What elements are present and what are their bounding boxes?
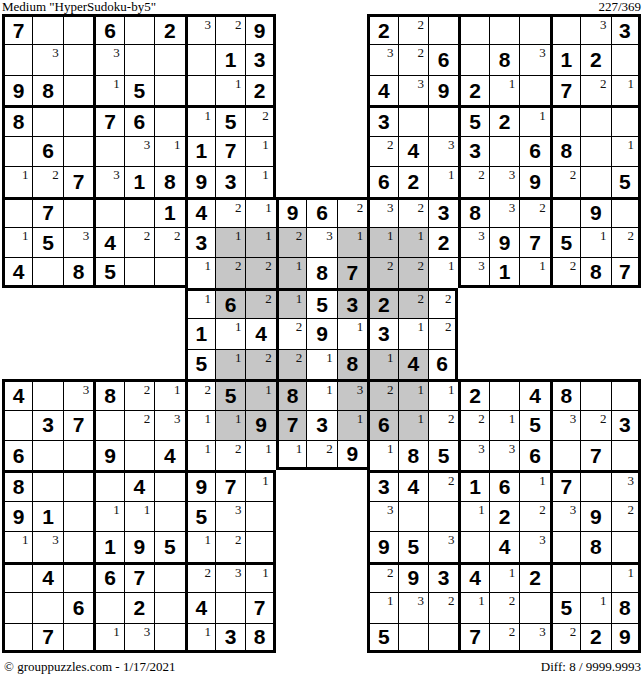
- cell-r8c3[interactable]: 3: [63, 227, 93, 257]
- cell-r20c19[interactable]: 5: [550, 592, 580, 622]
- cell-r13c19[interactable]: 8: [550, 379, 580, 409]
- cell-r1c18[interactable]: [519, 14, 549, 44]
- cell-r16c2[interactable]: [32, 470, 62, 500]
- cell-r18c13[interactable]: 9: [367, 531, 397, 561]
- cell-r14c21[interactable]: 3: [611, 410, 641, 440]
- cell-r16c7[interactable]: 9: [185, 470, 215, 500]
- cell-r20c1[interactable]: [2, 592, 32, 622]
- cell-r14c13[interactable]: 6: [367, 410, 397, 440]
- cell-r2c3[interactable]: [63, 44, 93, 74]
- cell-r6c8[interactable]: 3: [215, 166, 245, 196]
- cell-r7c21[interactable]: [611, 197, 641, 227]
- cell-r6c17[interactable]: 3: [489, 166, 519, 196]
- cell-r19c6[interactable]: [154, 562, 184, 592]
- cell-r20c2[interactable]: [32, 592, 62, 622]
- cell-r6c14[interactable]: 2: [398, 166, 428, 196]
- cell-r9c16[interactable]: 3: [458, 257, 488, 287]
- cell-r16c9[interactable]: 1: [245, 470, 275, 500]
- cell-r17c16[interactable]: 1: [458, 501, 488, 531]
- cell-r21c16[interactable]: 7: [458, 623, 488, 653]
- cell-r18c16[interactable]: [458, 531, 488, 561]
- cell-r17c21[interactable]: 2: [611, 501, 641, 531]
- cell-r15c17[interactable]: 3: [489, 440, 519, 470]
- cell-r4c7[interactable]: 1: [185, 105, 215, 135]
- cell-r13c21[interactable]: [611, 379, 641, 409]
- cell-r2c19[interactable]: 1: [550, 44, 580, 74]
- cell-r19c4[interactable]: 6: [93, 562, 123, 592]
- cell-r3c4[interactable]: 1: [93, 75, 123, 105]
- cell-r2c7[interactable]: [185, 44, 215, 74]
- cell-r10c10[interactable]: 1: [276, 288, 306, 318]
- cell-r6c9[interactable]: 1: [245, 166, 275, 196]
- cell-r14c3[interactable]: 7: [63, 410, 93, 440]
- cell-r13c17[interactable]: [489, 379, 519, 409]
- cell-r15c1[interactable]: 6: [2, 440, 32, 470]
- cell-r18c1[interactable]: 1: [2, 531, 32, 561]
- cell-r20c18[interactable]: [519, 592, 549, 622]
- cell-r9c3[interactable]: 8: [63, 257, 93, 287]
- cell-r9c2[interactable]: [32, 257, 62, 287]
- cell-r5c6[interactable]: 1: [154, 136, 184, 166]
- cell-r2c6[interactable]: [154, 44, 184, 74]
- cell-r21c18[interactable]: 3: [519, 623, 549, 653]
- cell-r1c6[interactable]: 2: [154, 14, 184, 44]
- cell-r14c2[interactable]: 3: [32, 410, 62, 440]
- cell-r17c1[interactable]: 9: [2, 501, 32, 531]
- cell-r8c14[interactable]: 1: [398, 227, 428, 257]
- cell-r7c4[interactable]: [93, 197, 123, 227]
- cell-r12c10[interactable]: 2: [276, 349, 306, 379]
- cell-r1c14[interactable]: 2: [398, 14, 428, 44]
- cell-r4c20[interactable]: [580, 105, 610, 135]
- cell-r17c18[interactable]: 2: [519, 501, 549, 531]
- cell-r10c13[interactable]: 2: [367, 288, 397, 318]
- cell-r21c14[interactable]: [398, 623, 428, 653]
- cell-r21c5[interactable]: 3: [124, 623, 154, 653]
- cell-r3c3[interactable]: [63, 75, 93, 105]
- cell-r21c4[interactable]: 1: [93, 623, 123, 653]
- cell-r17c19[interactable]: 3: [550, 501, 580, 531]
- cell-r16c3[interactable]: [63, 470, 93, 500]
- cell-r19c16[interactable]: 4: [458, 562, 488, 592]
- cell-r2c18[interactable]: 3: [519, 44, 549, 74]
- cell-r14c4[interactable]: [93, 410, 123, 440]
- cell-r17c3[interactable]: [63, 501, 93, 531]
- cell-r7c14[interactable]: 2: [398, 197, 428, 227]
- cell-r7c5[interactable]: [124, 197, 154, 227]
- cell-r4c8[interactable]: 5: [215, 105, 245, 135]
- cell-r14c17[interactable]: 1: [489, 410, 519, 440]
- cell-r18c7[interactable]: 1: [185, 531, 215, 561]
- cell-r15c9[interactable]: 1: [245, 440, 275, 470]
- cell-r2c2[interactable]: 3: [32, 44, 62, 74]
- cell-r3c8[interactable]: 1: [215, 75, 245, 105]
- cell-r8c20[interactable]: 1: [580, 227, 610, 257]
- cell-r14c5[interactable]: 2: [124, 410, 154, 440]
- cell-r5c4[interactable]: [93, 136, 123, 166]
- cell-r17c5[interactable]: 1: [124, 501, 154, 531]
- cell-r15c4[interactable]: 9: [93, 440, 123, 470]
- cell-r1c16[interactable]: [458, 14, 488, 44]
- cell-r13c4[interactable]: 8: [93, 379, 123, 409]
- cell-r19c1[interactable]: [2, 562, 32, 592]
- cell-r17c9[interactable]: [245, 501, 275, 531]
- cell-r7c8[interactable]: 2: [215, 197, 245, 227]
- cell-r3c7[interactable]: [185, 75, 215, 105]
- cell-r10c15[interactable]: 2: [428, 288, 458, 318]
- cell-r9c7[interactable]: 1: [185, 257, 215, 287]
- cell-r1c9[interactable]: 9: [245, 14, 275, 44]
- cell-r14c9[interactable]: 9: [245, 410, 275, 440]
- cell-r1c20[interactable]: 3: [580, 14, 610, 44]
- cell-r21c13[interactable]: 5: [367, 623, 397, 653]
- cell-r2c5[interactable]: [124, 44, 154, 74]
- cell-r16c19[interactable]: 7: [550, 470, 580, 500]
- cell-r7c11[interactable]: 6: [306, 197, 336, 227]
- cell-r20c14[interactable]: 3: [398, 592, 428, 622]
- cell-r16c5[interactable]: 4: [124, 470, 154, 500]
- cell-r14c1[interactable]: [2, 410, 32, 440]
- cell-r20c5[interactable]: 2: [124, 592, 154, 622]
- cell-r18c17[interactable]: 4: [489, 531, 519, 561]
- cell-r7c10[interactable]: 9: [276, 197, 306, 227]
- cell-r12c12[interactable]: 8: [337, 349, 367, 379]
- cell-r7c1[interactable]: [2, 197, 32, 227]
- cell-r3c20[interactable]: 2: [580, 75, 610, 105]
- cell-r21c7[interactable]: 1: [185, 623, 215, 653]
- cell-r12c8[interactable]: 1: [215, 349, 245, 379]
- cell-r8c21[interactable]: 2: [611, 227, 641, 257]
- cell-r8c7[interactable]: 3: [185, 227, 215, 257]
- cell-r2c13[interactable]: 3: [367, 44, 397, 74]
- cell-r5c1[interactable]: [2, 136, 32, 166]
- cell-r11c15[interactable]: 2: [428, 318, 458, 348]
- cell-r3c13[interactable]: 4: [367, 75, 397, 105]
- cell-r17c14[interactable]: [398, 501, 428, 531]
- cell-r8c17[interactable]: 9: [489, 227, 519, 257]
- cell-r18c20[interactable]: 8: [580, 531, 610, 561]
- cell-r3c21[interactable]: 1: [611, 75, 641, 105]
- cell-r6c18[interactable]: 9: [519, 166, 549, 196]
- cell-r15c21[interactable]: [611, 440, 641, 470]
- cell-r6c13[interactable]: 6: [367, 166, 397, 196]
- cell-r9c12[interactable]: 7: [337, 257, 367, 287]
- cell-r6c6[interactable]: 8: [154, 166, 184, 196]
- cell-r13c16[interactable]: 2: [458, 379, 488, 409]
- cell-r21c20[interactable]: 2: [580, 623, 610, 653]
- cell-r21c2[interactable]: 7: [32, 623, 62, 653]
- cell-r17c13[interactable]: 3: [367, 501, 397, 531]
- cell-r3c15[interactable]: 9: [428, 75, 458, 105]
- cell-r14c10[interactable]: 7: [276, 410, 306, 440]
- cell-r19c13[interactable]: 2: [367, 562, 397, 592]
- cell-r18c5[interactable]: 9: [124, 531, 154, 561]
- cell-r11c7[interactable]: 1: [185, 318, 215, 348]
- cell-r13c14[interactable]: 1: [398, 379, 428, 409]
- cell-r1c19[interactable]: [550, 14, 580, 44]
- cell-r14c15[interactable]: 2: [428, 410, 458, 440]
- cell-r8c9[interactable]: 1: [245, 227, 275, 257]
- cell-r16c13[interactable]: 3: [367, 470, 397, 500]
- cell-r15c7[interactable]: 1: [185, 440, 215, 470]
- cell-r7c19[interactable]: [550, 197, 580, 227]
- cell-r3c17[interactable]: 1: [489, 75, 519, 105]
- cell-r9c19[interactable]: 2: [550, 257, 580, 287]
- cell-r20c7[interactable]: 4: [185, 592, 215, 622]
- cell-r3c6[interactable]: [154, 75, 184, 105]
- cell-r16c17[interactable]: 6: [489, 470, 519, 500]
- cell-r8c8[interactable]: 1: [215, 227, 245, 257]
- cell-r17c2[interactable]: 1: [32, 501, 62, 531]
- cell-r15c14[interactable]: 8: [398, 440, 428, 470]
- cell-r9c1[interactable]: 4: [2, 257, 32, 287]
- cell-r16c21[interactable]: 3: [611, 470, 641, 500]
- cell-r20c6[interactable]: [154, 592, 184, 622]
- cell-r6c20[interactable]: [580, 166, 610, 196]
- cell-r10c12[interactable]: 3: [337, 288, 367, 318]
- cell-r8c5[interactable]: 2: [124, 227, 154, 257]
- cell-r15c20[interactable]: 7: [580, 440, 610, 470]
- cell-r21c9[interactable]: 8: [245, 623, 275, 653]
- cell-r4c18[interactable]: 1: [519, 105, 549, 135]
- cell-r13c1[interactable]: 4: [2, 379, 32, 409]
- cell-r15c19[interactable]: [550, 440, 580, 470]
- cell-r4c4[interactable]: 7: [93, 105, 123, 135]
- cell-r14c20[interactable]: 2: [580, 410, 610, 440]
- cell-r5c21[interactable]: 1: [611, 136, 641, 166]
- cell-r19c2[interactable]: 4: [32, 562, 62, 592]
- cell-r20c20[interactable]: 1: [580, 592, 610, 622]
- cell-r2c8[interactable]: 1: [215, 44, 245, 74]
- cell-r21c1[interactable]: [2, 623, 32, 653]
- cell-r7c18[interactable]: 2: [519, 197, 549, 227]
- cell-r19c15[interactable]: 3: [428, 562, 458, 592]
- cell-r13c10[interactable]: 8: [276, 379, 306, 409]
- cell-r7c3[interactable]: [63, 197, 93, 227]
- cell-r1c2[interactable]: [32, 14, 62, 44]
- cell-r4c13[interactable]: 3: [367, 105, 397, 135]
- cell-r1c3[interactable]: [63, 14, 93, 44]
- cell-r9c11[interactable]: 8: [306, 257, 336, 287]
- cell-r1c5[interactable]: [124, 14, 154, 44]
- cell-r15c5[interactable]: [124, 440, 154, 470]
- cell-r13c7[interactable]: 2: [185, 379, 215, 409]
- cell-r18c9[interactable]: [245, 531, 275, 561]
- cell-r17c15[interactable]: [428, 501, 458, 531]
- cell-r5c17[interactable]: [489, 136, 519, 166]
- cell-r20c9[interactable]: 7: [245, 592, 275, 622]
- cell-r15c16[interactable]: 3: [458, 440, 488, 470]
- cell-r16c15[interactable]: 2: [428, 470, 458, 500]
- cell-r13c13[interactable]: 2: [367, 379, 397, 409]
- cell-r5c15[interactable]: 3: [428, 136, 458, 166]
- cell-r4c2[interactable]: [32, 105, 62, 135]
- cell-r19c8[interactable]: 3: [215, 562, 245, 592]
- cell-r15c10[interactable]: 1: [276, 440, 306, 470]
- cell-r13c2[interactable]: [32, 379, 62, 409]
- cell-r5c8[interactable]: 7: [215, 136, 245, 166]
- cell-r14c7[interactable]: 1: [185, 410, 215, 440]
- cell-r2c9[interactable]: 3: [245, 44, 275, 74]
- cell-r15c2[interactable]: [32, 440, 62, 470]
- cell-r9c10[interactable]: 1: [276, 257, 306, 287]
- cell-r18c3[interactable]: [63, 531, 93, 561]
- cell-r18c18[interactable]: 3: [519, 531, 549, 561]
- cell-r9c8[interactable]: 2: [215, 257, 245, 287]
- cell-r4c15[interactable]: [428, 105, 458, 135]
- cell-r4c14[interactable]: [398, 105, 428, 135]
- cell-r19c14[interactable]: 9: [398, 562, 428, 592]
- cell-r16c14[interactable]: 4: [398, 470, 428, 500]
- cell-r21c8[interactable]: 3: [215, 623, 245, 653]
- cell-r19c19[interactable]: [550, 562, 580, 592]
- cell-r20c16[interactable]: 1: [458, 592, 488, 622]
- cell-r11c10[interactable]: 2: [276, 318, 306, 348]
- cell-r14c6[interactable]: 3: [154, 410, 184, 440]
- cell-r19c9[interactable]: 1: [245, 562, 275, 592]
- cell-r9c14[interactable]: 2: [398, 257, 428, 287]
- cell-r10c9[interactable]: 2: [245, 288, 275, 318]
- cell-r6c4[interactable]: 3: [93, 166, 123, 196]
- cell-r4c9[interactable]: 2: [245, 105, 275, 135]
- cell-r20c8[interactable]: [215, 592, 245, 622]
- cell-r15c12[interactable]: 9: [337, 440, 367, 470]
- cell-r19c21[interactable]: 1: [611, 562, 641, 592]
- cell-r19c17[interactable]: 1: [489, 562, 519, 592]
- cell-r10c14[interactable]: 2: [398, 288, 428, 318]
- cell-r20c4[interactable]: [93, 592, 123, 622]
- cell-r21c19[interactable]: 2: [550, 623, 580, 653]
- cell-r18c4[interactable]: 1: [93, 531, 123, 561]
- cell-r6c2[interactable]: 2: [32, 166, 62, 196]
- cell-r20c21[interactable]: 8: [611, 592, 641, 622]
- cell-r5c9[interactable]: 1: [245, 136, 275, 166]
- cell-r11c12[interactable]: 1: [337, 318, 367, 348]
- cell-r1c21[interactable]: 3: [611, 14, 641, 44]
- cell-r11c13[interactable]: 3: [367, 318, 397, 348]
- cell-r8c11[interactable]: 3: [306, 227, 336, 257]
- cell-r4c1[interactable]: 8: [2, 105, 32, 135]
- cell-r18c21[interactable]: [611, 531, 641, 561]
- cell-r19c20[interactable]: [580, 562, 610, 592]
- cell-r1c8[interactable]: 2: [215, 14, 245, 44]
- cell-r2c15[interactable]: 6: [428, 44, 458, 74]
- cell-r21c21[interactable]: 9: [611, 623, 641, 653]
- cell-r20c3[interactable]: 6: [63, 592, 93, 622]
- cell-r13c5[interactable]: 2: [124, 379, 154, 409]
- cell-r9c6[interactable]: [154, 257, 184, 287]
- cell-r21c3[interactable]: [63, 623, 93, 653]
- cell-r9c5[interactable]: [124, 257, 154, 287]
- cell-r17c6[interactable]: [154, 501, 184, 531]
- cell-r9c13[interactable]: 2: [367, 257, 397, 287]
- cell-r3c19[interactable]: 7: [550, 75, 580, 105]
- cell-r18c15[interactable]: 3: [428, 531, 458, 561]
- cell-r5c16[interactable]: 3: [458, 136, 488, 166]
- cell-r14c16[interactable]: 2: [458, 410, 488, 440]
- cell-r14c8[interactable]: 1: [215, 410, 245, 440]
- footer-copyright[interactable]: © grouppuzzles.com - 1/17/2021: [4, 659, 176, 675]
- cell-r5c7[interactable]: 1: [185, 136, 215, 166]
- cell-r1c13[interactable]: 2: [367, 14, 397, 44]
- cell-r15c15[interactable]: 5: [428, 440, 458, 470]
- cell-r3c5[interactable]: 5: [124, 75, 154, 105]
- cell-r8c15[interactable]: 2: [428, 227, 458, 257]
- cell-r9c17[interactable]: 1: [489, 257, 519, 287]
- cell-r10c7[interactable]: 1: [185, 288, 215, 318]
- cell-r18c2[interactable]: 3: [32, 531, 62, 561]
- cell-r9c15[interactable]: 1: [428, 257, 458, 287]
- cell-r5c5[interactable]: 3: [124, 136, 154, 166]
- cell-r11c11[interactable]: 9: [306, 318, 336, 348]
- cell-r6c7[interactable]: 9: [185, 166, 215, 196]
- cell-r18c8[interactable]: 2: [215, 531, 245, 561]
- cell-r19c5[interactable]: 7: [124, 562, 154, 592]
- cell-r8c10[interactable]: 2: [276, 227, 306, 257]
- cell-r5c18[interactable]: 6: [519, 136, 549, 166]
- cell-r15c3[interactable]: [63, 440, 93, 470]
- cell-r15c6[interactable]: 4: [154, 440, 184, 470]
- cell-r12c7[interactable]: 5: [185, 349, 215, 379]
- cell-r3c14[interactable]: 3: [398, 75, 428, 105]
- cell-r6c1[interactable]: 1: [2, 166, 32, 196]
- cell-r8c19[interactable]: 5: [550, 227, 580, 257]
- cell-r7c16[interactable]: 8: [458, 197, 488, 227]
- cell-r14c14[interactable]: 1: [398, 410, 428, 440]
- cell-r9c18[interactable]: 1: [519, 257, 549, 287]
- cell-r13c18[interactable]: 4: [519, 379, 549, 409]
- cell-r7c2[interactable]: 7: [32, 197, 62, 227]
- cell-r13c8[interactable]: 5: [215, 379, 245, 409]
- cell-r13c20[interactable]: [580, 379, 610, 409]
- cell-r6c5[interactable]: 1: [124, 166, 154, 196]
- cell-r19c18[interactable]: 2: [519, 562, 549, 592]
- cell-r14c18[interactable]: 5: [519, 410, 549, 440]
- cell-r11c14[interactable]: 1: [398, 318, 428, 348]
- cell-r13c12[interactable]: 3: [337, 379, 367, 409]
- cell-r10c11[interactable]: 5: [306, 288, 336, 318]
- cell-r5c19[interactable]: 8: [550, 136, 580, 166]
- cell-r6c3[interactable]: 7: [63, 166, 93, 196]
- cell-r17c4[interactable]: 1: [93, 501, 123, 531]
- cell-r11c8[interactable]: 1: [215, 318, 245, 348]
- cell-r8c1[interactable]: 1: [2, 227, 32, 257]
- cell-r3c9[interactable]: 2: [245, 75, 275, 105]
- cell-r2c21[interactable]: [611, 44, 641, 74]
- cell-r10c8[interactable]: 6: [215, 288, 245, 318]
- cell-r8c6[interactable]: 2: [154, 227, 184, 257]
- cell-r3c1[interactable]: 9: [2, 75, 32, 105]
- cell-r16c6[interactable]: [154, 470, 184, 500]
- cell-r4c16[interactable]: 5: [458, 105, 488, 135]
- cell-r19c7[interactable]: 2: [185, 562, 215, 592]
- cell-r20c15[interactable]: 2: [428, 592, 458, 622]
- cell-r9c4[interactable]: 5: [93, 257, 123, 287]
- cell-r14c19[interactable]: 3: [550, 410, 580, 440]
- cell-r16c1[interactable]: 8: [2, 470, 32, 500]
- cell-r7c12[interactable]: 2: [337, 197, 367, 227]
- cell-r7c7[interactable]: 4: [185, 197, 215, 227]
- cell-r21c15[interactable]: [428, 623, 458, 653]
- cell-r16c16[interactable]: 1: [458, 470, 488, 500]
- cell-r16c20[interactable]: [580, 470, 610, 500]
- cell-r12c14[interactable]: 4: [398, 349, 428, 379]
- cell-r4c17[interactable]: 2: [489, 105, 519, 135]
- cell-r7c13[interactable]: 3: [367, 197, 397, 227]
- cell-r17c8[interactable]: 3: [215, 501, 245, 531]
- cell-r3c18[interactable]: [519, 75, 549, 105]
- cell-r8c13[interactable]: 1: [367, 227, 397, 257]
